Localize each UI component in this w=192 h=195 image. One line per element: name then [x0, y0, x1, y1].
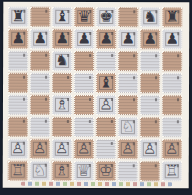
- square-a4: [8, 95, 28, 115]
- square-c5: [52, 73, 72, 93]
- square-h4: [162, 95, 182, 115]
- square-d4: [74, 95, 94, 115]
- black-pawn-e7: ♟: [99, 31, 113, 46]
- square-c1: ♗: [52, 161, 72, 181]
- black-pawn-c7: ♟: [55, 31, 69, 46]
- white-pawn-h2: ♙: [165, 141, 179, 156]
- black-pawn-d7: ♟: [77, 31, 91, 46]
- square-f7: ♟: [118, 29, 138, 49]
- square-f1: [118, 161, 138, 181]
- square-e1: ♔: [96, 161, 116, 181]
- square-h1: ♖: [162, 161, 182, 181]
- white-rook-a1: ♖: [11, 163, 25, 178]
- square-a5: [8, 73, 28, 93]
- square-g3: [140, 117, 160, 137]
- white-pawn-c2: ♙: [55, 141, 69, 156]
- square-b3: [30, 117, 50, 137]
- square-c4: ♗: [52, 95, 72, 115]
- square-g4: [140, 95, 160, 115]
- white-pawn-a2: ♙: [11, 141, 25, 156]
- white-bishop-c4: ♗: [55, 97, 69, 112]
- black-king-e8: ♚: [100, 9, 114, 24]
- square-a1: ♖: [8, 161, 28, 181]
- white-king-e1: ♔: [99, 163, 113, 178]
- square-f8: [118, 7, 138, 27]
- square-h2: ♙: [162, 139, 182, 159]
- square-g1: [140, 161, 160, 181]
- square-a2: ♙: [8, 139, 28, 159]
- black-pawn-b7: ♟: [33, 31, 47, 46]
- white-pawn-e4: ♙: [99, 97, 113, 112]
- black-pawn-a7: ♟: [11, 31, 25, 46]
- square-e8: ♚: [96, 7, 116, 27]
- square-g5: [140, 73, 160, 93]
- square-f6: [118, 51, 138, 71]
- white-bishop-c1: ♗: [55, 163, 69, 178]
- square-f3: ♘: [118, 117, 138, 137]
- square-f4: [118, 95, 138, 115]
- square-d3: [74, 117, 94, 137]
- square-c3: [52, 117, 72, 137]
- square-b1: ♘: [30, 161, 50, 181]
- square-g2: ♙: [140, 139, 160, 159]
- square-c8: ♝: [52, 7, 72, 27]
- square-b8: [30, 7, 50, 27]
- black-queen-d8: ♛: [78, 9, 92, 24]
- black-pawn-g7: ♟: [143, 31, 157, 46]
- white-pawn-b2: ♙: [33, 141, 47, 156]
- square-d1: ♕: [74, 161, 94, 181]
- square-e5: ♝: [96, 73, 116, 93]
- square-h5: [162, 73, 182, 93]
- square-a7: ♟: [8, 29, 28, 49]
- square-d8: ♛: [74, 7, 94, 27]
- black-bishop-c8: ♝: [56, 9, 70, 24]
- square-d7: ♟: [74, 29, 94, 49]
- square-e4: ♙: [96, 95, 116, 115]
- white-knight-b1: ♘: [33, 163, 47, 178]
- square-g6: [140, 51, 160, 71]
- square-f2: ♙: [118, 139, 138, 159]
- square-g7: ♟: [140, 29, 160, 49]
- square-d6: [74, 51, 94, 71]
- square-b5: [30, 73, 50, 93]
- square-b7: ♟: [30, 29, 50, 49]
- black-bishop-e5: ♝: [99, 75, 113, 90]
- black-rook-h8: ♜: [166, 9, 180, 24]
- square-b2: ♙: [30, 139, 50, 159]
- square-f5: [118, 73, 138, 93]
- square-d5: [74, 73, 94, 93]
- black-knight-g8: ♞: [144, 9, 158, 24]
- square-e3: [96, 117, 116, 137]
- square-h8: ♜: [162, 7, 182, 27]
- square-e2: [96, 139, 116, 159]
- black-rook-a8: ♜: [12, 9, 26, 24]
- square-b4: [30, 95, 50, 115]
- white-knight-f3: ♘: [121, 119, 135, 134]
- white-pawn-d2: ♙: [77, 141, 91, 156]
- black-knight-c6: ♞: [55, 53, 69, 68]
- black-pawn-f7: ♟: [121, 31, 135, 46]
- square-e7: ♟: [96, 29, 116, 49]
- square-h7: ♟: [162, 29, 182, 49]
- square-h6: [162, 51, 182, 71]
- square-c7: ♟: [52, 29, 72, 49]
- sheet-inscription: [21, 182, 173, 187]
- black-pawn-h7: ♟: [165, 31, 179, 46]
- white-pawn-g2: ♙: [143, 141, 157, 156]
- square-c2: ♙: [52, 139, 72, 159]
- white-rook-h1: ♖: [165, 163, 179, 178]
- square-e6: [96, 51, 116, 71]
- white-pawn-f2: ♙: [121, 141, 135, 156]
- square-b6: [30, 51, 50, 71]
- square-a8: ♜: [8, 7, 28, 27]
- white-queen-d1: ♕: [77, 163, 91, 178]
- square-a6: [8, 51, 28, 71]
- square-d2: ♙: [74, 139, 94, 159]
- chess-board: ♜♝♛♚♞♜♟♟♟♟♟♟♟♟♞♝♗♙♘♙♙♙♙♙♙♙♖♘♗♕♔♖: [8, 7, 183, 182]
- square-c6: ♞: [52, 51, 72, 71]
- square-h3: [162, 117, 182, 137]
- square-g8: ♞: [140, 7, 160, 27]
- stamp-sheet: ♜♝♛♚♞♜♟♟♟♟♟♟♟♟♞♝♗♙♘♙♙♙♙♙♙♙♖♘♗♕♔♖: [3, 2, 190, 189]
- square-a3: [8, 117, 28, 137]
